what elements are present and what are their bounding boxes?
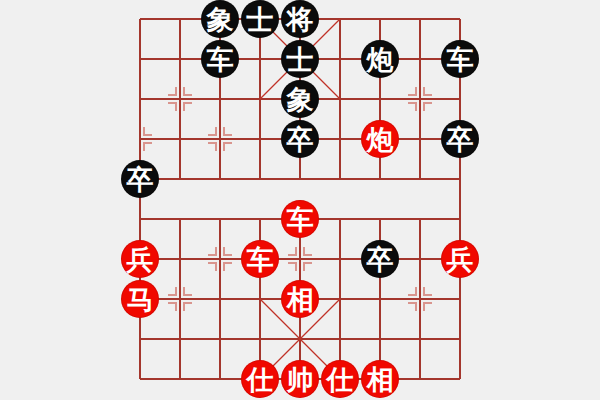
piece-black-cannon[interactable]: 炮 bbox=[361, 40, 399, 78]
pieces-layer: 象士将车士炮车象卒炮卒卒车兵车卒兵马相仕帅仕相 bbox=[0, 0, 600, 400]
piece-red-cannon[interactable]: 炮 bbox=[361, 120, 399, 158]
piece-black-soldier[interactable]: 卒 bbox=[441, 120, 479, 158]
piece-black-soldier[interactable]: 卒 bbox=[361, 240, 399, 278]
piece-red-soldier[interactable]: 兵 bbox=[121, 240, 159, 278]
piece-black-general[interactable]: 将 bbox=[281, 0, 319, 38]
piece-red-advisor[interactable]: 仕 bbox=[321, 360, 359, 398]
piece-black-soldier[interactable]: 卒 bbox=[121, 160, 159, 198]
piece-black-elephant[interactable]: 象 bbox=[281, 80, 319, 118]
xiangqi-board: 象士将车士炮车象卒炮卒卒车兵车卒兵马相仕帅仕相 bbox=[0, 0, 600, 400]
piece-red-advisor[interactable]: 仕 bbox=[241, 360, 279, 398]
screen: 象士将车士炮车象卒炮卒卒车兵车卒兵马相仕帅仕相 bbox=[0, 0, 600, 400]
piece-red-chariot[interactable]: 车 bbox=[281, 200, 319, 238]
piece-black-advisor[interactable]: 士 bbox=[281, 40, 319, 78]
piece-black-elephant[interactable]: 象 bbox=[201, 0, 239, 38]
piece-red-elephant[interactable]: 相 bbox=[281, 280, 319, 318]
piece-red-chariot[interactable]: 车 bbox=[241, 240, 279, 278]
piece-black-soldier[interactable]: 卒 bbox=[281, 120, 319, 158]
piece-black-chariot[interactable]: 车 bbox=[201, 40, 239, 78]
piece-red-general[interactable]: 帅 bbox=[281, 360, 319, 398]
piece-red-horse[interactable]: 马 bbox=[121, 280, 159, 318]
piece-black-chariot[interactable]: 车 bbox=[441, 40, 479, 78]
piece-black-advisor[interactable]: 士 bbox=[241, 0, 279, 38]
piece-red-elephant[interactable]: 相 bbox=[361, 360, 399, 398]
piece-red-soldier[interactable]: 兵 bbox=[441, 240, 479, 278]
